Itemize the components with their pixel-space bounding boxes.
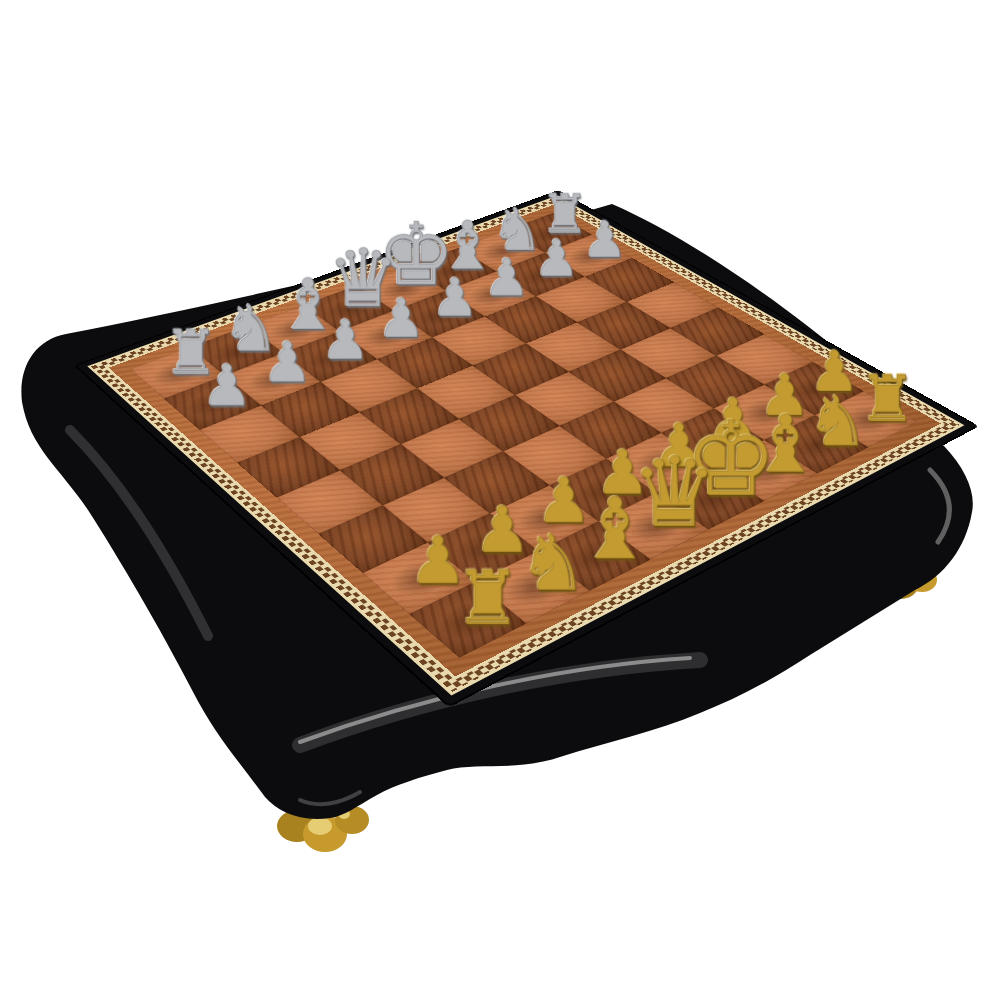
piece-gold-rook-a1[interactable]: ♜ <box>392 561 584 636</box>
square-h6[interactable] <box>585 258 674 302</box>
square-g6[interactable] <box>536 277 627 323</box>
piece-silver-pawn-f7[interactable]: ♟ <box>433 252 581 304</box>
inlay-cream-outer-line: ♜♞♝♛♚♝♞♜♟♟♟♟♟♟♟♟♟♟♟♟♟♟♟♟♜♞♝♛♚♝♞♜ <box>87 195 964 695</box>
square-f6[interactable] <box>485 296 577 343</box>
piece-silver-king-e8[interactable]: ♚ <box>343 212 490 298</box>
checkered-inlay-band: ♜♞♝♛♚♝♞♜♟♟♟♟♟♟♟♟♟♟♟♟♟♟♟♟♜♞♝♛♚♝♞♜ <box>91 197 960 692</box>
square-f5[interactable] <box>526 322 621 372</box>
square-h4[interactable] <box>670 308 764 356</box>
square-g8[interactable]: ♞ <box>459 230 545 272</box>
square-g7[interactable]: ♟ <box>496 253 584 296</box>
square-e8[interactable]: ♚ <box>357 266 446 311</box>
piece-silver-pawn-g7[interactable]: ♟ <box>484 233 629 284</box>
square-h8[interactable]: ♜ <box>507 213 592 253</box>
square-a1[interactable]: ♜ <box>410 582 527 658</box>
piece-silver-pawn-a7[interactable]: ♟ <box>146 358 309 415</box>
piece-silver-pawn-e7[interactable]: ♟ <box>380 272 530 325</box>
piece-silver-knight-g8[interactable]: ♞ <box>446 201 588 259</box>
piece-silver-bishop-c8[interactable]: ♝ <box>232 269 385 340</box>
piece-silver-bishop-f8[interactable]: ♝ <box>395 212 539 279</box>
piece-silver-pawn-h7[interactable]: ♟ <box>533 215 675 265</box>
square-g5[interactable] <box>577 302 670 350</box>
luxury-chess-set-photo: ♜♞♝♛♚♝♞♜♟♟♟♟♟♟♟♟♟♟♟♟♟♟♟♟♜♞♝♛♚♝♞♜ <box>0 0 1000 1000</box>
square-h5[interactable] <box>627 282 719 328</box>
square-f7[interactable]: ♟ <box>446 271 536 316</box>
square-d8[interactable]: ♛ <box>304 285 394 331</box>
square-c8[interactable]: ♝ <box>248 305 340 353</box>
square-e5[interactable] <box>473 344 569 395</box>
square-h7[interactable]: ♟ <box>545 235 632 277</box>
burl-margin: ♜♞♝♛♚♝♞♜♟♟♟♟♟♟♟♟♟♟♟♟♟♟♟♟♜♞♝♛♚♝♞♜ <box>109 204 941 676</box>
chessboard: ♜♞♝♛♚♝♞♜♟♟♟♟♟♟♟♟♟♟♟♟♟♟♟♟♜♞♝♛♚♝♞♜ <box>77 191 977 705</box>
piece-silver-rook-h8[interactable]: ♜ <box>495 187 634 241</box>
board-3d-scene: ♜♞♝♛♚♝♞♜♟♟♟♟♟♟♟♟♟♟♟♟♟♟♟♟♜♞♝♛♚♝♞♜ <box>0 0 1000 1000</box>
square-e7[interactable]: ♟ <box>394 291 485 338</box>
square-e6[interactable] <box>432 317 526 366</box>
square-d7[interactable]: ♟ <box>340 311 433 360</box>
board-grid: ♜♞♝♛♚♝♞♜♟♟♟♟♟♟♟♟♟♟♟♟♟♟♟♟♜♞♝♛♚♝♞♜ <box>130 213 917 658</box>
inlay-cream-inner-line: ♜♞♝♛♚♝♞♜♟♟♟♟♟♟♟♟♟♟♟♟♟♟♟♟♜♞♝♛♚♝♞♜ <box>105 202 946 680</box>
piece-silver-queen-d8[interactable]: ♛ <box>288 238 438 318</box>
piece-silver-pawn-d7[interactable]: ♟ <box>325 292 478 346</box>
square-d6[interactable] <box>377 338 472 389</box>
square-f8[interactable]: ♝ <box>409 248 497 291</box>
